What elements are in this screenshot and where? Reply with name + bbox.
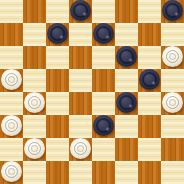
square-r4c0 bbox=[0, 92, 23, 115]
square-r2c0 bbox=[0, 46, 23, 69]
black-man[interactable] bbox=[93, 115, 114, 136]
square-r5c7 bbox=[161, 115, 184, 138]
black-man[interactable] bbox=[93, 23, 114, 44]
square-r6c2 bbox=[46, 138, 69, 161]
square-r3c2[interactable] bbox=[46, 69, 69, 92]
square-r7c7 bbox=[161, 161, 184, 184]
square-r0c2 bbox=[46, 0, 69, 23]
square-r4c5[interactable] bbox=[115, 92, 138, 115]
square-r6c5[interactable] bbox=[115, 138, 138, 161]
white-man[interactable] bbox=[24, 92, 45, 113]
black-man[interactable] bbox=[116, 92, 137, 113]
white-man[interactable] bbox=[162, 92, 183, 113]
square-r6c6 bbox=[138, 138, 161, 161]
square-r7c1 bbox=[23, 161, 46, 184]
black-man[interactable] bbox=[70, 0, 91, 21]
square-r3c1 bbox=[23, 69, 46, 92]
square-r7c6[interactable] bbox=[138, 161, 161, 184]
square-r0c4 bbox=[92, 0, 115, 23]
square-r3c5 bbox=[115, 69, 138, 92]
square-r1c5 bbox=[115, 23, 138, 46]
square-r1c1 bbox=[23, 23, 46, 46]
black-man[interactable] bbox=[116, 46, 137, 67]
white-man[interactable] bbox=[70, 138, 91, 159]
square-r5c3 bbox=[69, 115, 92, 138]
square-r2c4 bbox=[92, 46, 115, 69]
white-man[interactable] bbox=[162, 46, 183, 67]
square-r0c3[interactable] bbox=[69, 0, 92, 23]
square-r0c1[interactable] bbox=[23, 0, 46, 23]
square-r2c2 bbox=[46, 46, 69, 69]
square-r4c4 bbox=[92, 92, 115, 115]
square-r5c2[interactable] bbox=[46, 115, 69, 138]
square-r7c4[interactable] bbox=[92, 161, 115, 184]
square-r4c1[interactable] bbox=[23, 92, 46, 115]
square-r2c5[interactable] bbox=[115, 46, 138, 69]
square-r1c7 bbox=[161, 23, 184, 46]
square-r2c3[interactable] bbox=[69, 46, 92, 69]
square-r7c3 bbox=[69, 161, 92, 184]
square-r1c4[interactable] bbox=[92, 23, 115, 46]
square-r3c6[interactable] bbox=[138, 69, 161, 92]
square-r2c6 bbox=[138, 46, 161, 69]
square-r4c3[interactable] bbox=[69, 92, 92, 115]
square-r3c4[interactable] bbox=[92, 69, 115, 92]
white-man[interactable] bbox=[1, 161, 22, 182]
square-r5c6[interactable] bbox=[138, 115, 161, 138]
square-r0c5[interactable] bbox=[115, 0, 138, 23]
white-man[interactable] bbox=[1, 115, 22, 136]
square-r4c6 bbox=[138, 92, 161, 115]
checkers-board-container bbox=[0, 0, 184, 184]
black-man[interactable] bbox=[162, 0, 183, 21]
square-r6c3[interactable] bbox=[69, 138, 92, 161]
square-r0c6 bbox=[138, 0, 161, 23]
square-r2c7[interactable] bbox=[161, 46, 184, 69]
white-man[interactable] bbox=[24, 138, 45, 159]
checkers-board bbox=[0, 0, 184, 184]
square-r5c0[interactable] bbox=[0, 115, 23, 138]
black-man[interactable] bbox=[47, 23, 68, 44]
square-r7c5 bbox=[115, 161, 138, 184]
square-r1c6[interactable] bbox=[138, 23, 161, 46]
square-r6c4 bbox=[92, 138, 115, 161]
square-r6c7[interactable] bbox=[161, 138, 184, 161]
square-r3c7 bbox=[161, 69, 184, 92]
square-r5c1 bbox=[23, 115, 46, 138]
square-r0c7[interactable] bbox=[161, 0, 184, 23]
square-r4c7[interactable] bbox=[161, 92, 184, 115]
square-r6c0 bbox=[0, 138, 23, 161]
square-r1c3 bbox=[69, 23, 92, 46]
white-man[interactable] bbox=[1, 69, 22, 90]
square-r7c2[interactable] bbox=[46, 161, 69, 184]
square-r3c3 bbox=[69, 69, 92, 92]
square-r4c2 bbox=[46, 92, 69, 115]
square-r6c1[interactable] bbox=[23, 138, 46, 161]
square-r1c2[interactable] bbox=[46, 23, 69, 46]
square-r2c1[interactable] bbox=[23, 46, 46, 69]
square-r5c5 bbox=[115, 115, 138, 138]
square-r3c0[interactable] bbox=[0, 69, 23, 92]
square-r0c0 bbox=[0, 0, 23, 23]
square-r7c0[interactable] bbox=[0, 161, 23, 184]
black-man[interactable] bbox=[139, 69, 160, 90]
square-r5c4[interactable] bbox=[92, 115, 115, 138]
square-r1c0[interactable] bbox=[0, 23, 23, 46]
